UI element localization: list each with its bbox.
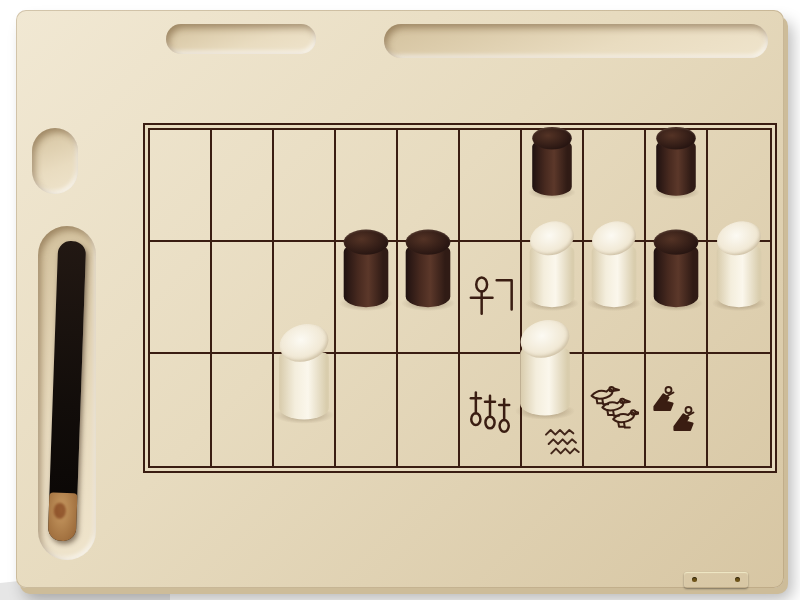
square-23[interactable] — [274, 354, 336, 466]
white-pawn[interactable] — [530, 228, 575, 313]
pawn-top — [532, 127, 572, 149]
square-26[interactable] — [460, 354, 522, 466]
pawn-top — [344, 230, 389, 255]
pawn-body — [592, 247, 637, 307]
square-29[interactable] — [646, 354, 708, 466]
black-pawn[interactable] — [654, 228, 699, 313]
square-3[interactable] — [274, 130, 336, 242]
square-27[interactable] — [522, 354, 584, 466]
pawn-top — [406, 230, 451, 255]
pawn-body — [406, 247, 451, 307]
three-birds-glyph — [589, 385, 639, 435]
storage-tray-top-long — [384, 24, 768, 58]
white-pawn[interactable] — [279, 331, 329, 426]
black-pawn[interactable] — [532, 125, 572, 201]
square-13[interactable] — [584, 242, 646, 354]
brass-hinge-icon — [684, 572, 748, 588]
black-pawn[interactable] — [344, 228, 389, 313]
ankh-house-glyph — [465, 272, 515, 322]
pawn-top — [654, 230, 699, 255]
pawn-body — [654, 247, 699, 307]
square-16[interactable] — [398, 242, 460, 354]
square-17[interactable] — [336, 242, 398, 354]
white-pawn[interactable] — [520, 327, 570, 422]
square-15[interactable] — [460, 242, 522, 354]
square-9[interactable] — [646, 130, 708, 242]
square-22[interactable] — [212, 354, 274, 466]
storage-tray-left — [32, 128, 78, 194]
pawn-body — [520, 349, 570, 416]
pawn-body — [530, 247, 575, 307]
square-21[interactable] — [150, 354, 212, 466]
white-pawn[interactable] — [717, 228, 762, 313]
pawn-body — [717, 247, 762, 307]
square-11[interactable] — [708, 242, 770, 354]
water-glyph — [542, 424, 582, 464]
square-20[interactable] — [150, 242, 212, 354]
square-19[interactable] — [212, 242, 274, 354]
square-25[interactable] — [398, 354, 460, 466]
senet-board — [16, 10, 784, 588]
pawn-body — [656, 143, 696, 196]
square-4[interactable] — [336, 130, 398, 242]
white-pawn[interactable] — [592, 228, 637, 313]
square-2[interactable] — [212, 130, 274, 242]
two-seated-men-glyph — [651, 385, 701, 435]
pawn-body — [344, 247, 389, 307]
black-pawn[interactable] — [656, 125, 696, 201]
pawn-top — [656, 127, 696, 149]
senet-photo-scene — [0, 0, 800, 600]
pawn-body — [279, 353, 329, 420]
senet-grid — [148, 128, 772, 468]
three-nefer-glyph — [465, 385, 515, 435]
square-6[interactable] — [460, 130, 522, 242]
stick-tray — [38, 226, 96, 560]
black-pawn[interactable] — [406, 228, 451, 313]
storage-tray-top-small — [166, 24, 316, 54]
square-30[interactable] — [708, 354, 770, 466]
throwing-stick[interactable] — [48, 241, 86, 542]
throwing-stick-cut-end — [48, 492, 78, 541]
square-12[interactable] — [646, 242, 708, 354]
square-24[interactable] — [336, 354, 398, 466]
pawn-body — [532, 143, 572, 196]
square-5[interactable] — [398, 130, 460, 242]
square-28[interactable] — [584, 354, 646, 466]
square-1[interactable] — [150, 130, 212, 242]
